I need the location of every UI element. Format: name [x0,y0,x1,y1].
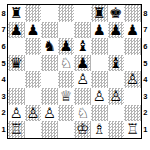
square-a4 [8,71,25,88]
square-e7 [74,22,91,39]
black-knight-c6: ♞ [43,39,56,54]
square-d3: ♕ [58,88,75,105]
square-f7: ♟ [91,22,108,39]
square-e3 [74,88,91,105]
square-e5: ♟ [74,55,91,72]
square-h5 [124,55,141,72]
white-rook-a1: ♖ [10,122,23,137]
rank-label-right-5: 5 [142,55,149,72]
white-bishop-f1: ♗ [93,122,106,137]
white-knight-e2: ♘ [76,105,89,120]
black-pawn-h7: ♟ [126,22,139,37]
square-g1 [108,121,125,138]
square-a6 [8,38,25,55]
square-b8 [25,5,42,22]
square-c7 [41,22,58,39]
rank-labels-left: 87654321 [0,4,7,138]
rank-label-right-8: 8 [142,5,149,22]
black-pawn-e5: ♟ [76,55,89,70]
square-g4 [108,71,125,88]
square-a8: ♜ [8,5,25,22]
square-f4 [91,71,108,88]
white-knight-d5: ♘ [60,55,73,70]
rank-label-left-7: 7 [0,22,7,39]
black-pawn-b7: ♟ [26,22,39,37]
white-pawn-g3: ♙ [109,89,122,104]
square-h7: ♟ [124,22,141,39]
rank-label-right-6: 6 [142,38,149,55]
square-g6 [108,38,125,55]
square-b2: ♙ [25,105,42,122]
black-pawn-a7: ♟ [10,22,23,37]
square-e8 [74,5,91,22]
square-c4 [41,71,58,88]
square-c3 [41,88,58,105]
rank-label-right-4: 4 [142,71,149,88]
square-f1: ♗ [91,121,108,138]
square-e1: ♔ [74,121,91,138]
white-king-e1: ♔ [76,122,89,137]
square-e6: ♝ [74,38,91,55]
square-e2: ♘ [74,105,91,122]
rank-label-left-5: 5 [0,55,7,72]
white-pawn-b2: ♙ [26,105,39,120]
rank-label-left-2: 2 [0,105,7,122]
square-b3 [25,88,42,105]
rank-label-left-4: 4 [0,71,7,88]
black-bishop-e6: ♝ [76,39,89,54]
rank-label-right-2: 2 [142,105,149,122]
square-b7: ♟ [25,22,42,39]
black-queen-a5: ♛ [10,55,23,70]
rank-labels-right: 87654321 [142,4,149,138]
black-pawn-f7: ♟ [93,22,106,37]
square-d7 [58,22,75,39]
black-pawn-d6: ♟ [60,39,73,54]
square-b4 [25,71,42,88]
square-h3 [124,88,141,105]
rank-label-right-3: 3 [142,88,149,105]
rank-label-right-7: 7 [142,22,149,39]
square-h2 [124,105,141,122]
square-d6: ♟ [58,38,75,55]
white-pawn-c2: ♙ [43,105,56,120]
square-a7: ♟ [8,22,25,39]
black-bishop-g5: ♝ [109,55,122,70]
square-e4: ♙ [74,71,91,88]
square-d4 [58,71,75,88]
square-f2 [91,105,108,122]
rank-label-right-1: 1 [142,121,149,138]
square-f8: ♜ [91,5,108,22]
square-g2 [108,105,125,122]
square-d1 [58,121,75,138]
rank-label-left-6: 6 [0,38,7,55]
square-a5: ♛ [8,55,25,72]
rank-label-left-3: 3 [0,88,7,105]
square-b6 [25,38,42,55]
white-pawn-h4: ♙ [126,72,139,87]
square-d8 [58,5,75,22]
square-h4: ♙ [124,71,141,88]
square-c5 [41,55,58,72]
chess-board: ♜♜♚♟♟♟♟♟♞♟♝♛♘♟♝♙♙♕♙♙♙♙♙♘♖♔♗♖ [7,4,142,139]
square-a1: ♖ [8,121,25,138]
square-g7: ♟ [108,22,125,39]
white-pawn-e4: ♙ [76,72,89,87]
square-h1: ♖ [124,121,141,138]
white-pawn-a2: ♙ [10,105,23,120]
square-c8 [41,5,58,22]
square-d2 [58,105,75,122]
rank-label-left-8: 8 [0,5,7,22]
square-f3: ♙ [91,88,108,105]
black-king-g8: ♚ [109,6,122,21]
square-c1 [41,121,58,138]
square-a3 [8,88,25,105]
square-g8: ♚ [108,5,125,22]
chess-diagram: 87654321 ♜♜♚♟♟♟♟♟♞♟♝♛♘♟♝♙♙♕♙♙♙♙♙♘♖♔♗♖ 87… [0,0,150,139]
black-pawn-g7: ♟ [109,22,122,37]
black-rook-f8: ♜ [93,6,106,21]
square-h6 [124,38,141,55]
white-pawn-f3: ♙ [93,89,106,104]
square-d5: ♘ [58,55,75,72]
square-b5 [25,55,42,72]
square-c6: ♞ [41,38,58,55]
square-f6 [91,38,108,55]
square-a2: ♙ [8,105,25,122]
square-h8 [124,5,141,22]
square-g5: ♝ [108,55,125,72]
square-f5 [91,55,108,72]
square-c2: ♙ [41,105,58,122]
white-rook-h1: ♖ [126,122,139,137]
black-rook-a8: ♜ [10,6,23,21]
white-queen-d3: ♕ [60,89,73,104]
square-b1 [25,121,42,138]
square-g3: ♙ [108,88,125,105]
rank-label-left-1: 1 [0,121,7,138]
